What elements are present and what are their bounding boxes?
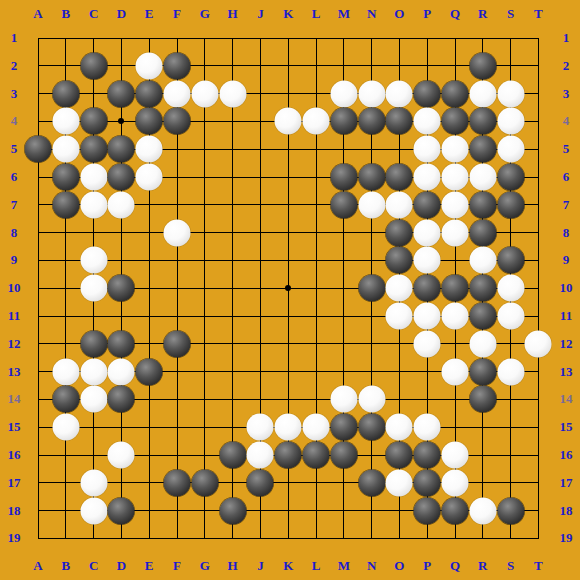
white-stone <box>275 108 302 135</box>
white-stone <box>525 330 552 357</box>
white-stone <box>497 358 524 385</box>
black-stone <box>414 275 441 302</box>
black-stone <box>164 469 191 496</box>
white-stone <box>303 414 330 441</box>
row-label-right: 12 <box>560 336 573 352</box>
black-stone <box>164 108 191 135</box>
black-stone <box>52 386 79 413</box>
black-stone <box>358 164 385 191</box>
column-label-top: G <box>200 6 210 22</box>
black-stone <box>108 275 135 302</box>
column-label-bottom: J <box>257 558 264 574</box>
column-label-top: J <box>257 6 264 22</box>
black-stone <box>52 80 79 107</box>
black-stone <box>442 275 469 302</box>
black-stone <box>80 52 107 79</box>
black-stone <box>80 330 107 357</box>
grid-line-horizontal <box>38 38 539 39</box>
white-stone <box>469 80 496 107</box>
black-stone <box>469 136 496 163</box>
white-stone <box>275 414 302 441</box>
white-stone <box>497 275 524 302</box>
row-label-left: 4 <box>11 113 18 129</box>
black-stone <box>469 191 496 218</box>
column-label-bottom: O <box>394 558 404 574</box>
black-stone <box>303 442 330 469</box>
white-stone <box>442 219 469 246</box>
black-stone <box>386 164 413 191</box>
white-stone <box>442 469 469 496</box>
black-stone <box>330 108 357 135</box>
white-stone <box>442 136 469 163</box>
black-stone <box>358 108 385 135</box>
white-stone <box>386 469 413 496</box>
column-label-bottom: N <box>367 558 376 574</box>
row-label-left: 17 <box>8 475 21 491</box>
row-label-right: 19 <box>560 530 573 546</box>
black-stone <box>108 136 135 163</box>
column-label-bottom: G <box>200 558 210 574</box>
white-stone <box>386 80 413 107</box>
white-stone <box>497 303 524 330</box>
row-label-right: 4 <box>563 113 570 129</box>
white-stone <box>414 414 441 441</box>
white-stone <box>80 164 107 191</box>
black-stone <box>219 442 246 469</box>
column-label-bottom: S <box>507 558 514 574</box>
black-stone <box>275 442 302 469</box>
grid-line-vertical <box>538 38 539 539</box>
white-stone <box>164 219 191 246</box>
white-stone <box>386 414 413 441</box>
white-stone <box>330 386 357 413</box>
black-stone <box>386 442 413 469</box>
column-label-bottom: Q <box>450 558 460 574</box>
row-label-left: 6 <box>11 169 18 185</box>
column-label-bottom: A <box>33 558 42 574</box>
black-stone <box>164 52 191 79</box>
white-stone <box>414 303 441 330</box>
row-label-right: 13 <box>560 364 573 380</box>
column-label-top: L <box>312 6 321 22</box>
white-stone <box>52 414 79 441</box>
white-stone <box>108 442 135 469</box>
row-label-right: 7 <box>563 197 570 213</box>
row-label-left: 9 <box>11 252 18 268</box>
row-label-left: 14 <box>8 391 21 407</box>
black-stone <box>330 164 357 191</box>
black-stone <box>414 469 441 496</box>
grid-line-horizontal <box>38 65 539 66</box>
grid-line-horizontal <box>38 260 539 261</box>
column-label-top: P <box>423 6 431 22</box>
row-label-left: 8 <box>11 225 18 241</box>
black-stone <box>469 386 496 413</box>
white-stone <box>414 219 441 246</box>
black-stone <box>497 247 524 274</box>
white-stone <box>52 136 79 163</box>
black-stone <box>136 358 163 385</box>
black-stone <box>330 414 357 441</box>
white-stone <box>469 164 496 191</box>
white-stone <box>469 497 496 524</box>
white-stone <box>247 442 274 469</box>
row-label-right: 2 <box>563 58 570 74</box>
row-label-right: 10 <box>560 280 573 296</box>
column-label-bottom: E <box>145 558 154 574</box>
row-label-right: 9 <box>563 252 570 268</box>
column-label-bottom: D <box>117 558 126 574</box>
star-point <box>118 118 124 124</box>
white-stone <box>414 247 441 274</box>
column-label-top: A <box>33 6 42 22</box>
row-label-right: 5 <box>563 141 570 157</box>
row-label-right: 6 <box>563 169 570 185</box>
row-label-left: 18 <box>8 503 21 519</box>
column-label-bottom: T <box>534 558 543 574</box>
black-stone <box>469 275 496 302</box>
column-label-bottom: C <box>89 558 98 574</box>
white-stone <box>136 164 163 191</box>
white-stone <box>497 108 524 135</box>
black-stone <box>219 497 246 524</box>
white-stone <box>497 80 524 107</box>
column-label-top: O <box>394 6 404 22</box>
white-stone <box>80 275 107 302</box>
column-label-top: C <box>89 6 98 22</box>
white-stone <box>358 80 385 107</box>
white-stone <box>108 191 135 218</box>
white-stone <box>108 358 135 385</box>
black-stone <box>108 80 135 107</box>
white-stone <box>414 136 441 163</box>
white-stone <box>386 191 413 218</box>
row-label-right: 11 <box>560 308 572 324</box>
row-label-right: 8 <box>563 225 570 241</box>
black-stone <box>497 164 524 191</box>
black-stone <box>442 108 469 135</box>
black-stone <box>108 164 135 191</box>
row-label-left: 11 <box>8 308 20 324</box>
black-stone <box>52 164 79 191</box>
column-label-top: T <box>534 6 543 22</box>
column-label-bottom: H <box>228 558 238 574</box>
row-label-left: 10 <box>8 280 21 296</box>
white-stone <box>442 303 469 330</box>
black-stone <box>386 108 413 135</box>
row-label-right: 16 <box>560 447 573 463</box>
grid-line-vertical <box>38 38 39 539</box>
row-label-left: 5 <box>11 141 18 157</box>
white-stone <box>80 247 107 274</box>
column-label-bottom: F <box>173 558 181 574</box>
white-stone <box>303 108 330 135</box>
white-stone <box>330 80 357 107</box>
white-stone <box>358 386 385 413</box>
column-label-top: M <box>338 6 350 22</box>
black-stone <box>108 386 135 413</box>
row-label-left: 2 <box>11 58 18 74</box>
white-stone <box>191 80 218 107</box>
black-stone <box>358 469 385 496</box>
white-stone <box>442 442 469 469</box>
grid-line-horizontal <box>38 538 539 539</box>
white-stone <box>442 191 469 218</box>
row-label-right: 14 <box>560 391 573 407</box>
black-stone <box>108 497 135 524</box>
black-stone <box>136 80 163 107</box>
black-stone <box>469 108 496 135</box>
column-label-bottom: R <box>478 558 487 574</box>
black-stone <box>497 497 524 524</box>
white-stone <box>442 164 469 191</box>
column-label-top: R <box>478 6 487 22</box>
row-label-right: 3 <box>563 86 570 102</box>
white-stone <box>414 108 441 135</box>
white-stone <box>497 136 524 163</box>
black-stone <box>386 219 413 246</box>
row-label-right: 17 <box>560 475 573 491</box>
white-stone <box>80 386 107 413</box>
white-stone <box>358 191 385 218</box>
white-stone <box>80 469 107 496</box>
black-stone <box>442 80 469 107</box>
row-label-left: 12 <box>8 336 21 352</box>
white-stone <box>414 164 441 191</box>
black-stone <box>414 191 441 218</box>
black-stone <box>469 303 496 330</box>
black-stone <box>164 330 191 357</box>
row-label-left: 7 <box>11 197 18 213</box>
black-stone <box>469 52 496 79</box>
column-label-bottom: P <box>423 558 431 574</box>
black-stone <box>358 275 385 302</box>
white-stone <box>219 80 246 107</box>
white-stone <box>52 108 79 135</box>
go-board-app: AA11BB22CC33DD44EE55FF66GG77HH88JJ99KK10… <box>0 0 580 580</box>
white-stone <box>442 358 469 385</box>
column-label-top: N <box>367 6 376 22</box>
column-label-top: B <box>61 6 70 22</box>
row-label-left: 1 <box>11 30 18 46</box>
column-label-bottom: K <box>283 558 293 574</box>
row-label-left: 19 <box>8 530 21 546</box>
black-stone <box>414 442 441 469</box>
row-label-left: 16 <box>8 447 21 463</box>
white-stone <box>386 275 413 302</box>
grid-line-vertical <box>204 38 205 539</box>
black-stone <box>358 414 385 441</box>
white-stone <box>386 303 413 330</box>
row-label-right: 15 <box>560 419 573 435</box>
column-label-top: F <box>173 6 181 22</box>
white-stone <box>136 52 163 79</box>
black-stone <box>330 191 357 218</box>
white-stone <box>80 358 107 385</box>
black-stone <box>414 80 441 107</box>
column-label-top: E <box>145 6 154 22</box>
black-stone <box>247 469 274 496</box>
column-label-top: K <box>283 6 293 22</box>
black-stone <box>442 497 469 524</box>
column-label-top: D <box>117 6 126 22</box>
row-label-left: 13 <box>8 364 21 380</box>
black-stone <box>136 108 163 135</box>
black-stone <box>25 136 52 163</box>
white-stone <box>136 136 163 163</box>
column-label-bottom: L <box>312 558 321 574</box>
white-stone <box>80 497 107 524</box>
black-stone <box>497 191 524 218</box>
row-label-left: 15 <box>8 419 21 435</box>
white-stone <box>469 330 496 357</box>
black-stone <box>330 442 357 469</box>
black-stone <box>469 358 496 385</box>
white-stone <box>52 358 79 385</box>
star-point <box>285 285 291 291</box>
column-label-top: Q <box>450 6 460 22</box>
black-stone <box>386 247 413 274</box>
column-label-top: H <box>228 6 238 22</box>
white-stone <box>469 247 496 274</box>
column-label-bottom: M <box>338 558 350 574</box>
row-label-right: 1 <box>563 30 570 46</box>
column-label-top: S <box>507 6 514 22</box>
white-stone <box>164 80 191 107</box>
column-label-bottom: B <box>61 558 70 574</box>
row-label-left: 3 <box>11 86 18 102</box>
black-stone <box>108 330 135 357</box>
row-label-right: 18 <box>560 503 573 519</box>
black-stone <box>414 497 441 524</box>
black-stone <box>469 219 496 246</box>
black-stone <box>80 108 107 135</box>
white-stone <box>414 330 441 357</box>
white-stone <box>247 414 274 441</box>
white-stone <box>80 191 107 218</box>
black-stone <box>52 191 79 218</box>
black-stone <box>191 469 218 496</box>
black-stone <box>80 136 107 163</box>
